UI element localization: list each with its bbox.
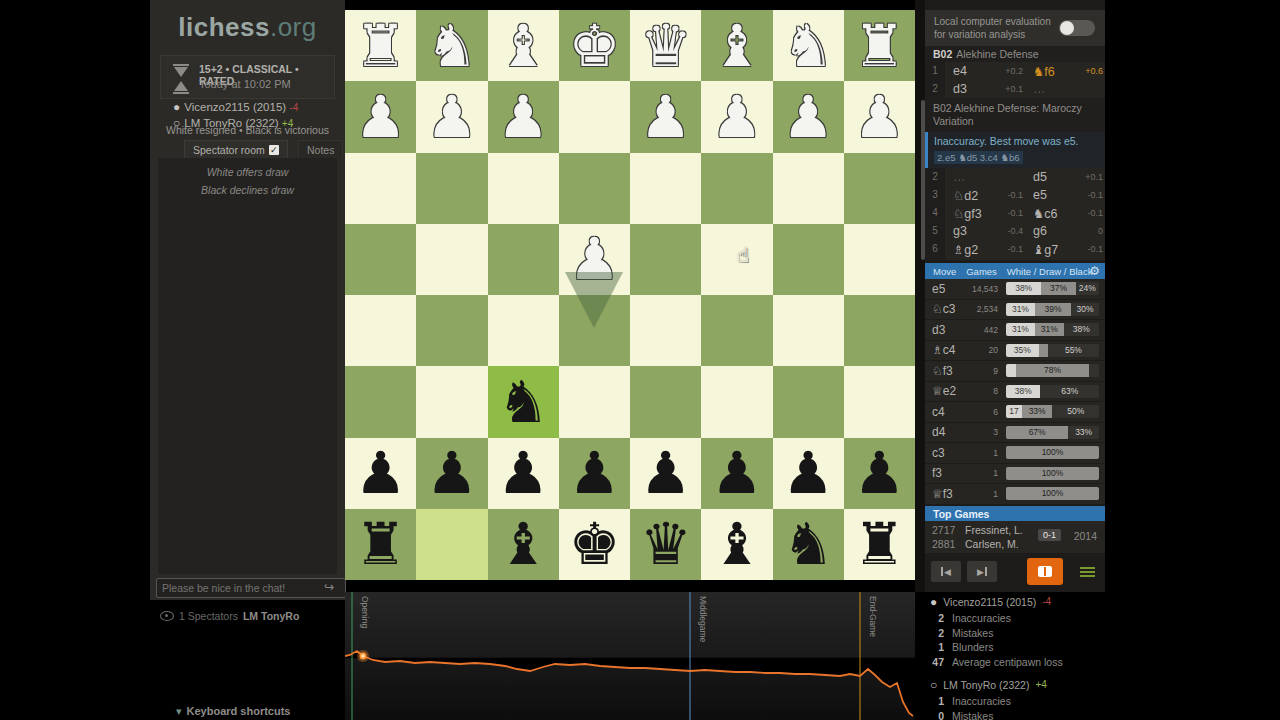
- white-piece-q: ♛: [640, 17, 692, 75]
- square-f8[interactable]: ♝: [488, 509, 559, 580]
- square-h7[interactable]: ♟: [345, 438, 416, 509]
- game-result-badge: 0-1: [1038, 529, 1061, 541]
- best-move-arrowhead: [565, 272, 623, 328]
- white-stats-header[interactable]: ●Vicenzo2115 (2015)-4: [930, 594, 1105, 609]
- phase-label: End-Game: [868, 596, 878, 637]
- wdb-bar: 31%39%30%: [1006, 303, 1099, 316]
- black-piece-p: ♟: [497, 444, 549, 502]
- opening-comment: B02 Alekhine Defense: Maroczy Variation: [925, 98, 1105, 132]
- square-a7[interactable]: ♟: [844, 438, 915, 509]
- square-b7[interactable]: ♟: [773, 438, 844, 509]
- square-c6[interactable]: [701, 366, 772, 437]
- square-h2[interactable]: ♟: [345, 81, 416, 152]
- analysis-panel: Local computer evaluationfor variation a…: [925, 0, 1105, 592]
- square-e3[interactable]: [559, 153, 630, 224]
- white-piece-n: ♞: [782, 17, 834, 75]
- white-piece-p: ♟: [640, 88, 692, 146]
- left-sidebar: lichess.org 15+2 • CLASSICAL • RATED Tod…: [150, 0, 345, 600]
- explorer-row-d3[interactable]: d344231%31%38%: [925, 320, 1105, 340]
- board[interactable]: ♜♞♝♚♛♝♞♜♟♟♟♟♟♟♟♟♞♟♟♟♟♟♟♟♟♜♝♚♛♝♞♜: [345, 10, 915, 580]
- chat-message: Black declines draw: [158, 184, 337, 196]
- square-f1[interactable]: ♝: [488, 10, 559, 81]
- black-piece-n: ♞: [497, 373, 549, 431]
- explorer-toggle-button[interactable]: [1027, 558, 1063, 585]
- lichess-analysis-page: lichess.org 15+2 • CLASSICAL • RATED Tod…: [0, 0, 1280, 720]
- square-d7[interactable]: ♟: [630, 438, 701, 509]
- black-piece-p: ♟: [568, 444, 620, 502]
- black-piece-p: ♟: [711, 444, 763, 502]
- black-piece-p: ♟: [355, 444, 407, 502]
- square-h6[interactable]: [345, 366, 416, 437]
- explorer-row-f3[interactable]: f31100%: [925, 464, 1105, 484]
- white-piece-r: ♜: [355, 17, 407, 75]
- phase-label: Opening: [360, 596, 370, 628]
- move-row[interactable]: 2…d5+0.1: [925, 168, 1105, 186]
- square-a6[interactable]: [844, 366, 915, 437]
- eye-icon: [160, 611, 174, 621]
- keyboard-shortcuts-toggle[interactable]: ▾Keyboard shortcuts: [176, 705, 290, 718]
- wdb-bar: 31%31%38%: [1006, 323, 1099, 336]
- square-a1[interactable]: ♜: [844, 10, 915, 81]
- square-d8[interactable]: ♛: [630, 509, 701, 580]
- square-d3[interactable]: [630, 153, 701, 224]
- square-h4[interactable]: [345, 224, 416, 295]
- square-c1[interactable]: ♝: [701, 10, 772, 81]
- square-c3[interactable]: [701, 153, 772, 224]
- stat-row: 1Blunders: [930, 640, 1105, 655]
- white-piece-n: ♞: [426, 17, 478, 75]
- chat-toggle-checkbox[interactable]: ✓: [269, 145, 279, 155]
- white-piece-b: ♝: [497, 17, 549, 75]
- white-rating-diff: -4: [289, 102, 298, 113]
- game-meta-box: 15+2 • CLASSICAL • RATED Today at 10:02 …: [160, 55, 335, 99]
- toggle-knob: [1060, 21, 1074, 35]
- square-g6[interactable]: [416, 366, 487, 437]
- square-e8[interactable]: ♚: [559, 509, 630, 580]
- local-eval-toggle[interactable]: [1059, 20, 1095, 36]
- move-nav-row: ◀ ▶: [925, 558, 1105, 586]
- square-f2[interactable]: ♟: [488, 81, 559, 152]
- white-piece-p: ♟: [426, 88, 478, 146]
- opening-explorer: e514,54338%37%24%♘c32,53431%39%30%d34423…: [925, 279, 1105, 505]
- white-piece-p: ♟: [711, 88, 763, 146]
- move-row[interactable]: 2d3+0.1…: [925, 80, 1105, 98]
- square-b6[interactable]: [773, 366, 844, 437]
- chat-message: White offers draw: [158, 166, 337, 178]
- white-piece-k: ♚: [568, 17, 620, 75]
- game-date-label: Today at 10:02 PM: [199, 78, 291, 90]
- advantage-chart[interactable]: OpeningMiddlegameEnd-Game: [345, 592, 915, 720]
- square-h8[interactable]: ♜: [345, 509, 416, 580]
- square-f4[interactable]: [488, 224, 559, 295]
- spectators-line: 1 SpectatorsLM TonyRo: [160, 610, 299, 622]
- square-h1[interactable]: ♜: [345, 10, 416, 81]
- black-stats-header[interactable]: ○LM TonyRo (2322)+4: [930, 677, 1105, 692]
- square-g4[interactable]: [416, 224, 487, 295]
- black-piece-b: ♝: [711, 515, 763, 573]
- explorer-row-♕f3[interactable]: ♕f31100%: [925, 484, 1105, 504]
- black-piece-n: ♞: [782, 515, 834, 573]
- square-c8[interactable]: ♝: [701, 509, 772, 580]
- black-piece-r: ♜: [853, 515, 905, 573]
- square-g1[interactable]: ♞: [416, 10, 487, 81]
- lichess-logo[interactable]: lichess.org: [150, 12, 345, 43]
- chat-messages: White offers draw Black declines draw: [158, 158, 337, 574]
- step-back-icon: ◀: [944, 567, 951, 577]
- wdb-bar: 38%37%24%: [1006, 282, 1099, 295]
- tab-spectator-room[interactable]: Spectator room✓: [184, 140, 288, 158]
- explorer-row-c4[interactable]: c461733%50%: [925, 402, 1105, 422]
- square-a4[interactable]: [844, 224, 915, 295]
- wdb-bar: 100%: [1006, 446, 1099, 459]
- game-year: 2014: [1074, 530, 1097, 542]
- top-game-row[interactable]: 27172881 Fressinet, L.Carlsen, M. 0-1 20…: [925, 521, 1105, 553]
- explorer-tab-wdb: White / Draw / Black: [1007, 266, 1093, 277]
- square-c7[interactable]: ♟: [701, 438, 772, 509]
- white-piece-p: ♟: [355, 88, 407, 146]
- square-f5[interactable]: [488, 295, 559, 366]
- wdb-bar: 38%63%: [1006, 385, 1099, 398]
- square-f7[interactable]: ♟: [488, 438, 559, 509]
- black-piece-q: ♛: [640, 515, 692, 573]
- square-g5[interactable]: [416, 295, 487, 366]
- game-result-text: White resigned • Black is victorious: [166, 124, 329, 136]
- panel-gap: [915, 0, 925, 592]
- chat-input[interactable]: Please be nice in the chat!: [156, 578, 346, 598]
- inaccuracy-comment: Inaccuracy. Best move was e5.2.e5 ♞d5 3.…: [925, 132, 1105, 168]
- square-e2[interactable]: [559, 81, 630, 152]
- move-row[interactable]: 4♘gf3-0.1♞c6-0.1: [925, 204, 1105, 222]
- move-row[interactable]: 5g3-0.4g60: [925, 222, 1105, 240]
- square-a3[interactable]: [844, 153, 915, 224]
- white-color-icon: ●: [173, 100, 180, 114]
- white-player-link[interactable]: ●Vicenzo2115 (2015) -4: [173, 100, 298, 114]
- explorer-row-e5[interactable]: e514,54338%37%24%: [925, 279, 1105, 299]
- square-d5[interactable]: [630, 295, 701, 366]
- square-g8[interactable]: [416, 509, 487, 580]
- explorer-book-icon: [1038, 566, 1052, 577]
- chat-send-icon[interactable]: ↪: [324, 580, 334, 594]
- player-analysis-stats: ●Vicenzo2115 (2015)-42Inaccuracies2Mista…: [930, 594, 1105, 720]
- step-forward-icon: ▶: [977, 567, 984, 577]
- white-piece-b: ♝: [711, 17, 763, 75]
- square-c2[interactable]: ♟: [701, 81, 772, 152]
- black-piece-p: ♟: [782, 444, 834, 502]
- tab-notes[interactable]: Notes: [298, 140, 343, 158]
- square-b1[interactable]: ♞: [773, 10, 844, 81]
- explorer-row-d4[interactable]: d4367%33%: [925, 423, 1105, 443]
- explorer-row-♕e2[interactable]: ♕e2838%63%: [925, 382, 1105, 402]
- black-piece-k: ♚: [568, 515, 620, 573]
- white-piece-r: ♜: [853, 17, 905, 75]
- local-eval-box: Local computer evaluationfor variation a…: [925, 10, 1105, 46]
- square-d6[interactable]: [630, 366, 701, 437]
- square-b5[interactable]: [773, 295, 844, 366]
- square-b8[interactable]: ♞: [773, 509, 844, 580]
- wdb-bar: 67%33%: [1006, 426, 1099, 439]
- wdb-bar: 1733%50%: [1006, 405, 1099, 418]
- phase-label: Middlegame: [698, 596, 708, 643]
- clock-hourglass-icon: [173, 64, 189, 94]
- square-f6[interactable]: ♞: [488, 366, 559, 437]
- square-d2[interactable]: ♟: [630, 81, 701, 152]
- square-e7[interactable]: ♟: [559, 438, 630, 509]
- explorer-row-♘f3[interactable]: ♘f3978%: [925, 361, 1105, 381]
- square-a8[interactable]: ♜: [844, 509, 915, 580]
- black-piece-p: ♟: [426, 444, 478, 502]
- square-d4[interactable]: [630, 224, 701, 295]
- first-move-button[interactable]: ◀: [931, 561, 961, 582]
- move-row[interactable]: 7O-O0O-O-0.1: [925, 258, 1105, 260]
- wdb-bar: 78%: [1006, 364, 1099, 377]
- square-a2[interactable]: ♟: [844, 81, 915, 152]
- spectator-name[interactable]: LM TonyRo: [243, 610, 299, 622]
- explorer-row-♗c4[interactable]: ♗c42035%55%: [925, 341, 1105, 361]
- top-games-header: Top Games: [925, 506, 1105, 521]
- black-piece-p: ♟: [640, 444, 692, 502]
- square-g7[interactable]: ♟: [416, 438, 487, 509]
- square-a5[interactable]: [844, 295, 915, 366]
- wdb-bar: 100%: [1006, 487, 1099, 500]
- square-h5[interactable]: [345, 295, 416, 366]
- explorer-row-♘c3[interactable]: ♘c32,53431%39%30%: [925, 300, 1105, 320]
- square-e1[interactable]: ♚: [559, 10, 630, 81]
- square-g2[interactable]: ♟: [416, 81, 487, 152]
- menu-button[interactable]: [1075, 562, 1099, 582]
- move-row[interactable]: 6♗g2-0.1♝g7-0.1: [925, 240, 1105, 258]
- black-piece-b: ♝: [497, 515, 549, 573]
- square-f3[interactable]: [488, 153, 559, 224]
- square-b3[interactable]: [773, 153, 844, 224]
- white-piece-p: ♟: [782, 88, 834, 146]
- opening-header: B02Alekhine Defense: [925, 46, 1105, 62]
- square-c5[interactable]: [701, 295, 772, 366]
- white-piece-p: ♟: [853, 88, 905, 146]
- black-piece-p: ♟: [853, 444, 905, 502]
- move-row[interactable]: 1e4+0.2♞f6+0.6: [925, 62, 1105, 80]
- square-e6[interactable]: [559, 366, 630, 437]
- wdb-bar: 100%: [1006, 467, 1099, 480]
- last-move-button[interactable]: ▶: [967, 561, 997, 582]
- explorer-tab-move[interactable]: Move: [933, 266, 956, 277]
- stat-row: 2Inaccuracies: [930, 611, 1105, 626]
- move-list: 1e4+0.2♞f6+0.62d3+0.1…B02 Alekhine Defen…: [925, 62, 1105, 260]
- square-h3[interactable]: [345, 153, 416, 224]
- square-b2[interactable]: ♟: [773, 81, 844, 152]
- stat-row: 1Inaccuracies: [930, 694, 1105, 709]
- stat-row: 2Mistakes: [930, 626, 1105, 641]
- wdb-bar: 35%55%: [1006, 344, 1099, 357]
- square-g3[interactable]: [416, 153, 487, 224]
- suggested-variation[interactable]: 2.e5 ♞d5 3.c4 ♞b6: [934, 151, 1023, 164]
- square-d1[interactable]: ♛: [630, 10, 701, 81]
- stat-row: 0Mistakes: [930, 709, 1105, 720]
- explorer-tabs: Move Games White / Draw / Black ⚙: [925, 263, 1105, 279]
- stat-row: 47Average centipawn loss: [930, 655, 1105, 670]
- move-row[interactable]: 3♘d2-0.1e5-0.1: [925, 186, 1105, 204]
- mouse-hand-cursor: ☝: [737, 243, 749, 267]
- black-piece-r: ♜: [355, 515, 407, 573]
- explorer-tab-games[interactable]: Games: [966, 266, 997, 277]
- chat-tabbar: Spectator room✓ Notes: [150, 140, 345, 158]
- square-b4[interactable]: [773, 224, 844, 295]
- explorer-row-c3[interactable]: c31100%: [925, 443, 1105, 463]
- white-piece-p: ♟: [497, 88, 549, 146]
- explorer-settings-gear-icon[interactable]: ⚙: [1089, 264, 1100, 278]
